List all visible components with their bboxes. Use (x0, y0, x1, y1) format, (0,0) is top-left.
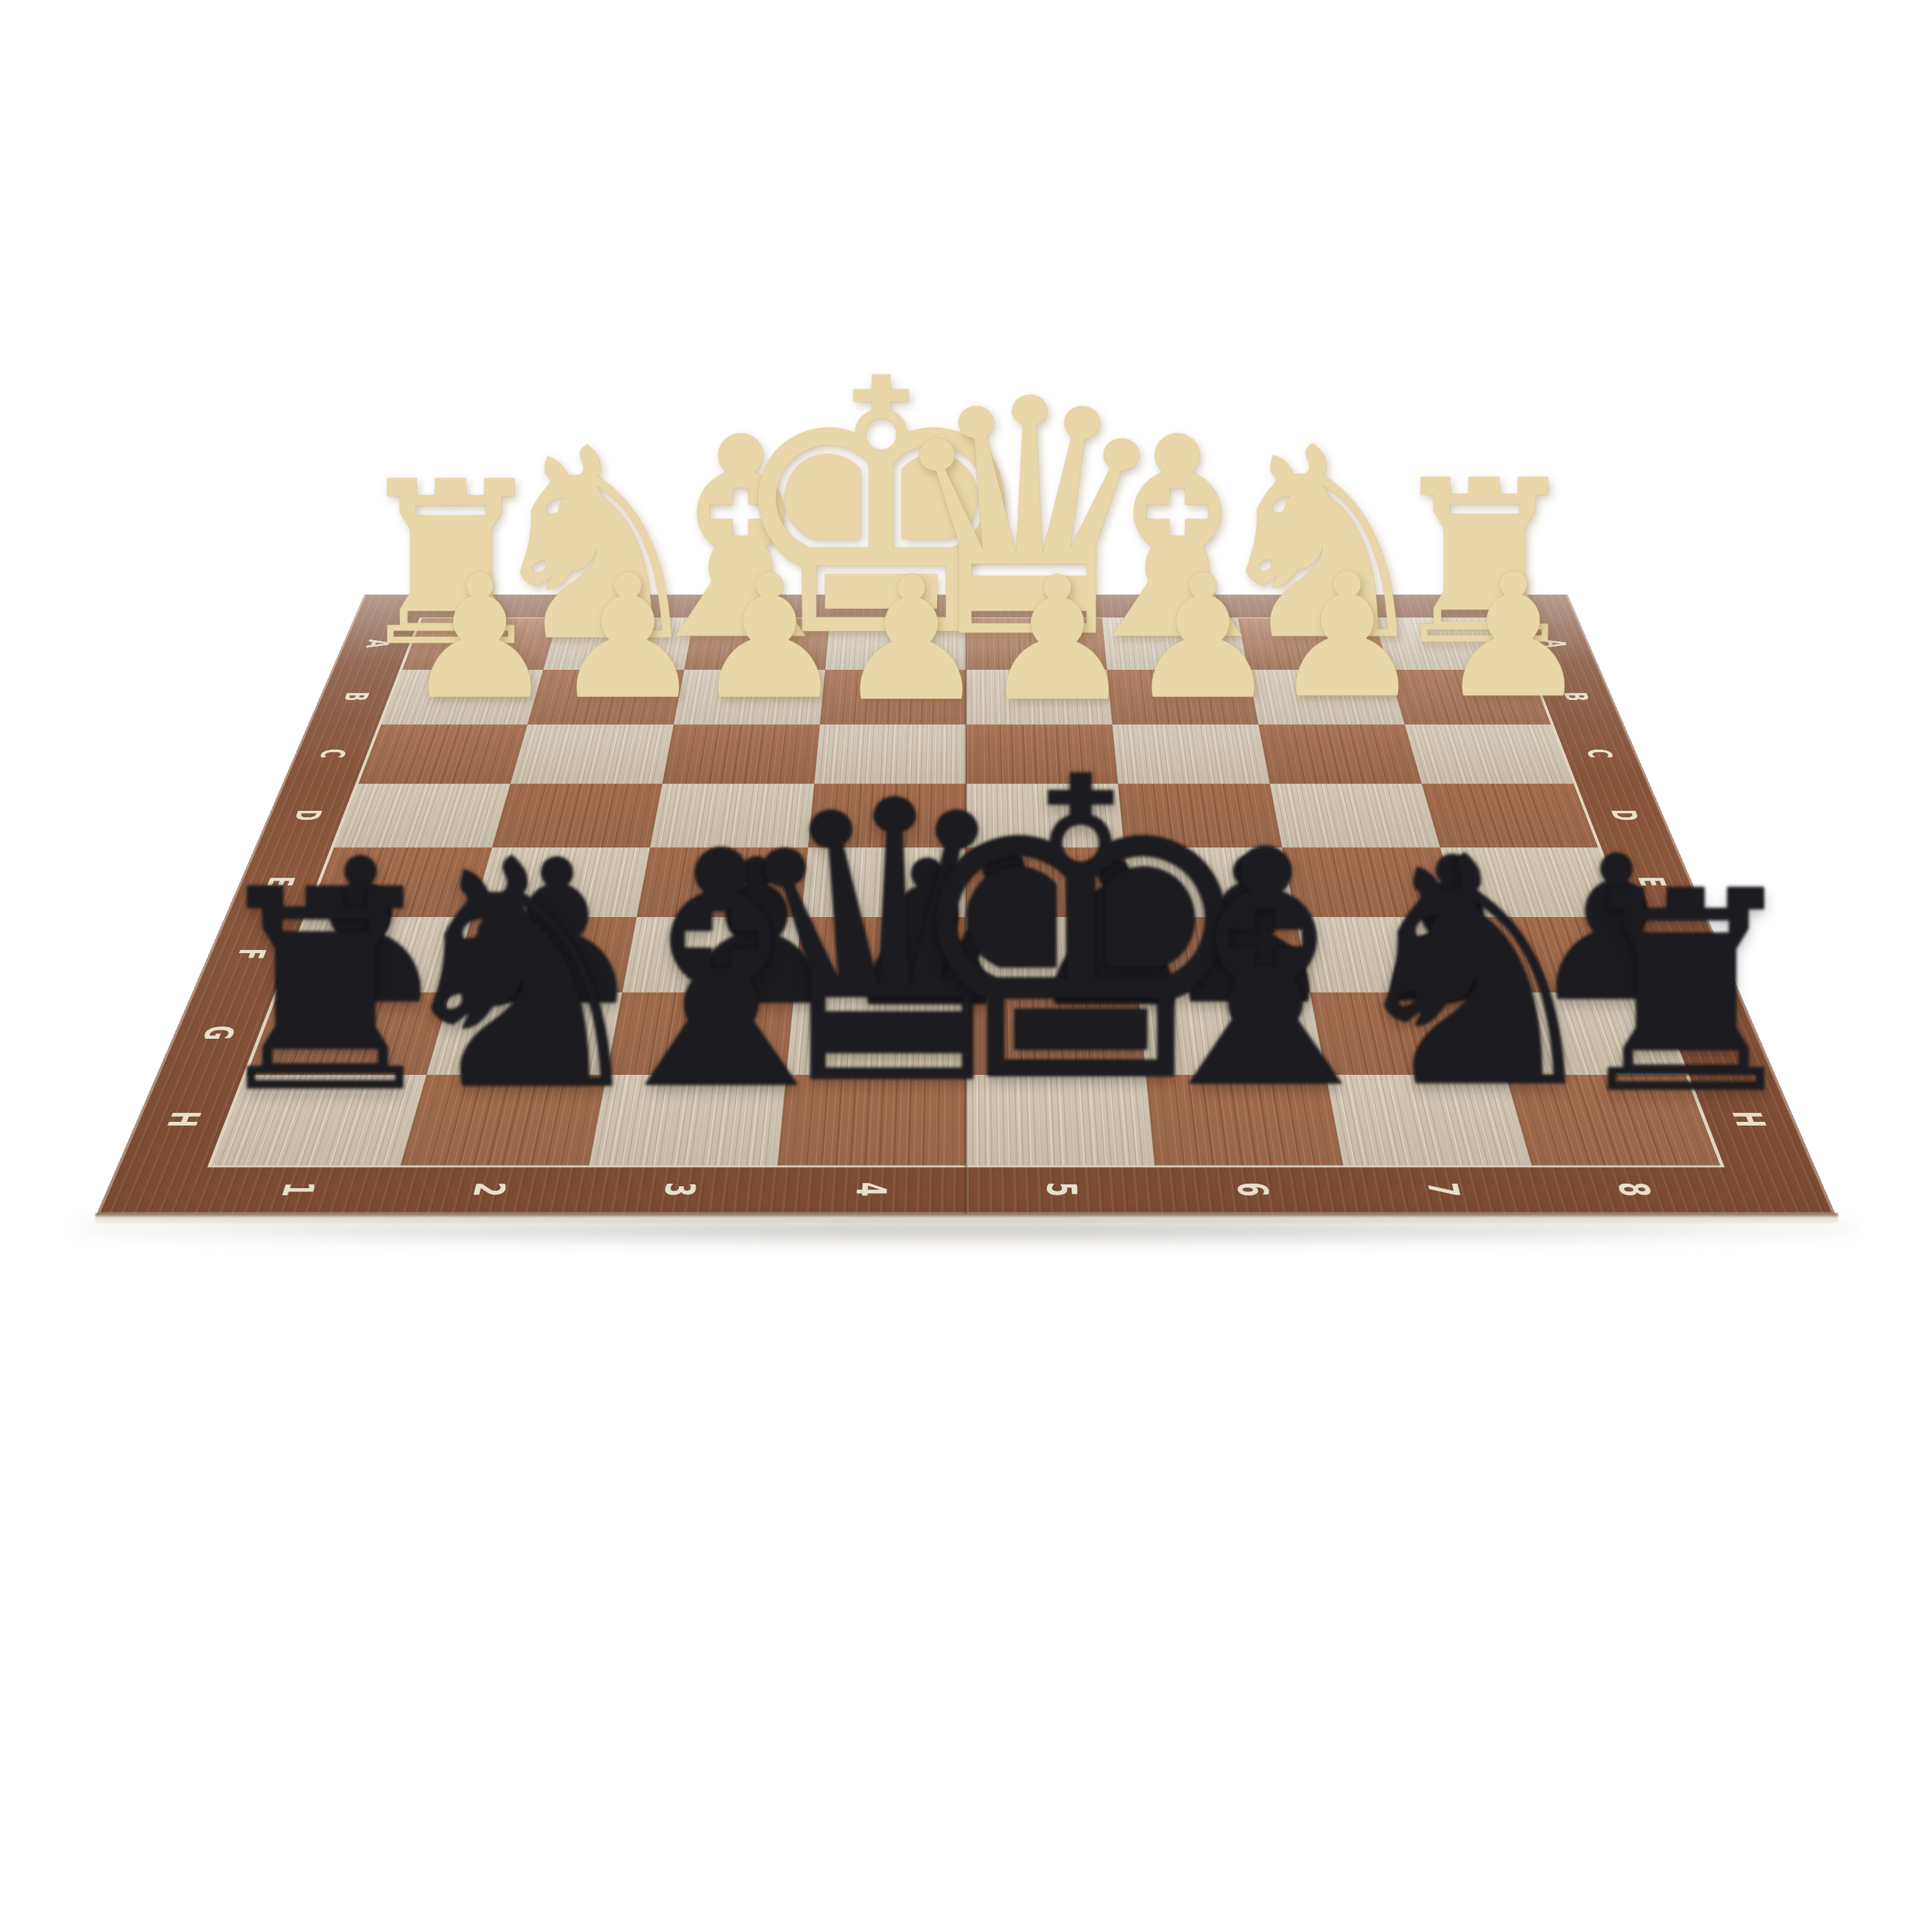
piece-white-pawn-B1[interactable]: ♟ (403, 553, 556, 723)
piece-white-pawn-B3[interactable]: ♟ (693, 553, 846, 723)
board-cast-shadow (77, 1221, 1855, 1243)
label-near-6: 6 (1231, 1182, 1273, 1197)
label-near-3: 3 (658, 1182, 701, 1197)
label-near-4: 4 (850, 1182, 891, 1197)
label-near-2: 2 (467, 1182, 511, 1197)
piece-white-pawn-B2[interactable]: ♟ (551, 553, 705, 723)
product-photo: ABCDEFGHABCDEFGH12345678 ♜♞♝♚♛♝♞♜♟♟♟♟♟♟♟… (0, 0, 1932, 1932)
label-right-C: C (1582, 749, 1617, 758)
label-near-7: 7 (1421, 1182, 1466, 1197)
label-near-8: 8 (1611, 1182, 1657, 1197)
piece-white-pawn-B8[interactable]: ♟ (1437, 551, 1590, 722)
label-near-1: 1 (275, 1182, 321, 1197)
piece-white-pawn-B7[interactable]: ♟ (1271, 551, 1424, 722)
label-near-5: 5 (1041, 1182, 1082, 1197)
label-left-H: H (160, 1111, 206, 1127)
pieces-layer: ♜♞♝♚♛♝♞♜♟♟♟♟♟♟♟♟♟♟♟♟♟♟♟♟♜♞♝♛♚♝♞♜ (0, 0, 1932, 1932)
label-left-C: C (315, 749, 350, 758)
piece-black-rook-H8[interactable]: ♜ (1562, 855, 1810, 1132)
